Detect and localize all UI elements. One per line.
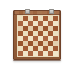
hinge-left — [25, 9, 30, 14]
chess-board — [13, 10, 61, 60]
product-photo — [0, 0, 74, 74]
maple-inlay-border — [17, 15, 59, 57]
hinge-right — [49, 9, 54, 14]
square-h1 — [53, 51, 58, 56]
playing-field — [18, 16, 58, 56]
